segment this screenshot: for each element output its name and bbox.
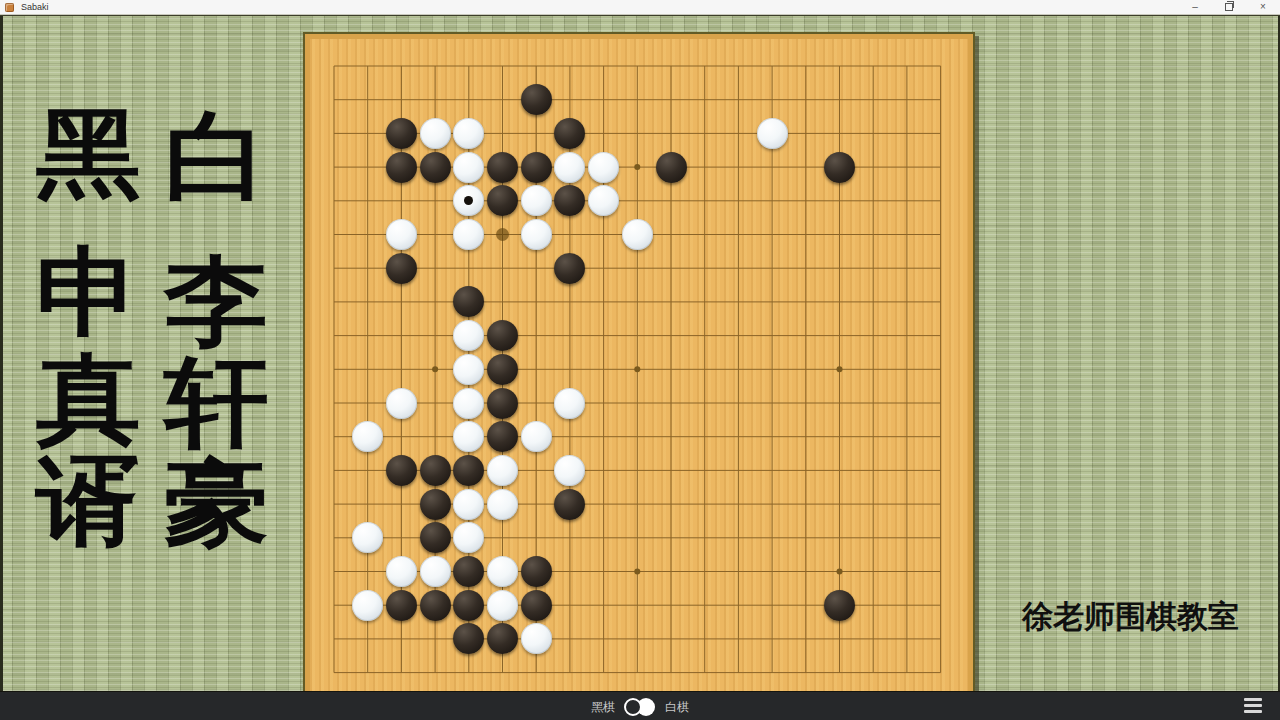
bottom-toolbar: 黑棋 白棋 [0,691,1280,720]
black-turn-label: 黑棋 [591,700,615,714]
white-stone [487,455,518,486]
white-stone [420,556,451,587]
black-stone [824,152,855,183]
turn-indicator[interactable]: 黑棋 白棋 [591,698,689,716]
black-stone [554,489,585,520]
calligraphy-char-white-player-3: 豪 [164,454,269,551]
white-stone [453,152,484,183]
black-stone [554,253,585,284]
title-bar: Sabaki – × [0,0,1280,15]
black-stone [656,152,687,183]
hamburger-menu-icon[interactable] [1244,698,1262,713]
black-stone [420,590,451,621]
black-stone [386,455,417,486]
player-toggle[interactable] [624,698,656,716]
white-stone [588,152,619,183]
white-stone [521,219,552,250]
tatami-background: 黑申真谞白李轩豪 徐老师围棋教室 [0,14,1280,691]
black-stone [386,118,417,149]
black-stone [487,152,518,183]
white-stone [554,388,585,419]
white-stone [420,118,451,149]
white-stone [521,421,552,452]
white-stone [453,118,484,149]
calligraphy-char-black-player-2: 真 [36,351,141,448]
restore-button[interactable] [1212,0,1246,14]
white-stone [386,556,417,587]
player-calligraphy: 黑申真谞白李轩豪 [30,97,290,577]
white-stone [453,489,484,520]
black-stone [521,84,552,115]
black-stone [521,152,552,183]
white-stone [757,118,788,149]
white-stone [521,185,552,216]
window-controls: – × [1178,0,1280,14]
white-stone [521,623,552,654]
black-stone-knob-icon [624,698,642,716]
black-stone [487,421,518,452]
black-stone [420,455,451,486]
white-stone [487,590,518,621]
black-stone [386,253,417,284]
close-button[interactable]: × [1246,0,1280,14]
black-stone [521,590,552,621]
annotation-dot-marker [496,228,509,241]
window-title: Sabaki [21,2,49,12]
black-stone [521,556,552,587]
sabaki-app-icon [5,3,14,12]
white-stone [386,388,417,419]
go-board[interactable] [303,32,975,706]
black-stone [453,590,484,621]
calligraphy-char-white-player-0: 白 [164,108,269,205]
white-stone [352,590,383,621]
black-stone [420,152,451,183]
black-stone [487,354,518,385]
white-stone [386,219,417,250]
white-stone [453,354,484,385]
white-stone [487,556,518,587]
black-stone [386,152,417,183]
restore-icon [1225,3,1233,11]
white-stone [622,219,653,250]
black-stone [824,590,855,621]
calligraphy-char-black-player-1: 申 [36,244,141,341]
calligraphy-char-white-player-1: 李 [164,253,269,350]
classroom-watermark: 徐老师围棋教室 [1022,596,1242,638]
black-stone [420,489,451,520]
black-stone [453,455,484,486]
white-stone [487,489,518,520]
black-stone [386,590,417,621]
white-stone [453,388,484,419]
black-stone [420,522,451,553]
calligraphy-char-black-player-3: 谞 [36,453,141,550]
calligraphy-char-black-player-0: 黑 [36,105,141,202]
white-turn-label: 白棋 [665,700,689,714]
calligraphy-char-white-player-2: 轩 [164,354,269,451]
black-stone [487,388,518,419]
white-stone [554,152,585,183]
minimize-button[interactable]: – [1178,0,1212,14]
board-surface[interactable] [310,39,968,699]
black-stone [487,320,518,351]
